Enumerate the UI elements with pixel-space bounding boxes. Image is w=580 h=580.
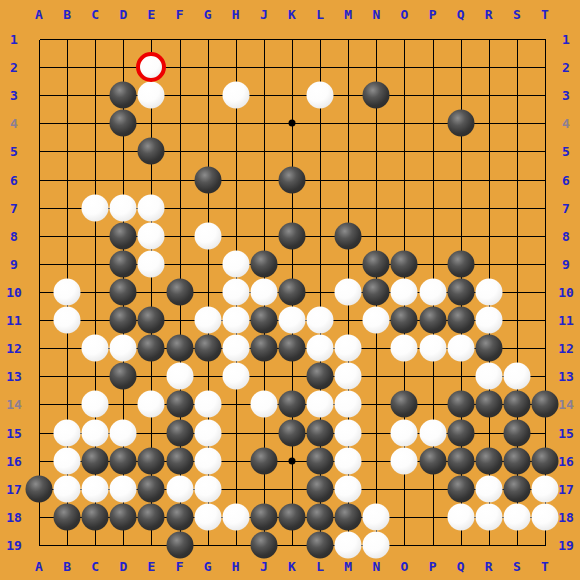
row-label-left-5: 5: [10, 145, 18, 158]
row-label-right-19: 19: [558, 539, 574, 552]
col-label-top-S: S: [513, 8, 521, 21]
row-label-right-10: 10: [558, 286, 574, 299]
col-label-bottom-T: T: [541, 560, 549, 573]
row-label-left-14: 14: [6, 398, 22, 411]
row-label-left-10: 10: [6, 286, 22, 299]
row-label-right-17: 17: [558, 482, 574, 495]
row-label-left-4: 4: [10, 117, 18, 130]
col-label-top-O: O: [401, 8, 409, 21]
col-label-bottom-C: C: [91, 560, 99, 573]
row-label-right-7: 7: [562, 201, 570, 214]
col-label-bottom-J: J: [260, 560, 268, 573]
row-label-right-13: 13: [558, 370, 574, 383]
row-label-left-7: 7: [10, 201, 18, 214]
row-label-left-19: 19: [6, 539, 22, 552]
col-label-top-E: E: [148, 8, 156, 21]
col-label-bottom-G: G: [204, 560, 212, 573]
row-label-right-12: 12: [558, 342, 574, 355]
col-label-top-C: C: [91, 8, 99, 21]
go-board[interactable]: AABBCCDDEEFFGGHHJJKKLLMMNNOOPPQQRRSSTT11…: [0, 0, 580, 580]
col-label-top-P: P: [429, 8, 437, 21]
row-label-right-1: 1: [562, 33, 570, 46]
col-label-top-J: J: [260, 8, 268, 21]
col-label-top-G: G: [204, 8, 212, 21]
row-label-left-9: 9: [10, 257, 18, 270]
row-label-right-4: 4: [562, 117, 570, 130]
col-label-bottom-F: F: [176, 560, 184, 573]
col-label-top-A: A: [35, 8, 43, 21]
row-label-left-17: 17: [6, 482, 22, 495]
col-label-top-F: F: [176, 8, 184, 21]
row-label-left-1: 1: [10, 33, 18, 46]
row-label-left-16: 16: [6, 454, 22, 467]
col-label-top-L: L: [316, 8, 324, 21]
row-label-right-2: 2: [562, 61, 570, 74]
col-label-top-B: B: [63, 8, 71, 21]
row-label-left-12: 12: [6, 342, 22, 355]
col-label-bottom-E: E: [148, 560, 156, 573]
row-label-right-11: 11: [558, 314, 574, 327]
col-label-bottom-R: R: [485, 560, 493, 573]
col-label-top-T: T: [541, 8, 549, 21]
row-label-right-9: 9: [562, 257, 570, 270]
row-label-right-18: 18: [558, 510, 574, 523]
col-label-top-M: M: [344, 8, 352, 21]
col-label-top-Q: Q: [457, 8, 465, 21]
col-label-bottom-D: D: [119, 560, 127, 573]
row-label-left-2: 2: [10, 61, 18, 74]
row-label-left-11: 11: [6, 314, 22, 327]
coordinate-labels: AABBCCDDEEFFGGHHJJKKLLMMNNOOPPQQRRSSTT11…: [0, 0, 580, 580]
col-label-top-H: H: [232, 8, 240, 21]
row-label-right-14: 14: [558, 398, 574, 411]
col-label-bottom-M: M: [344, 560, 352, 573]
col-label-bottom-O: O: [401, 560, 409, 573]
row-label-left-8: 8: [10, 229, 18, 242]
col-label-bottom-Q: Q: [457, 560, 465, 573]
row-label-left-3: 3: [10, 89, 18, 102]
col-label-top-D: D: [119, 8, 127, 21]
col-label-top-N: N: [372, 8, 380, 21]
col-label-top-R: R: [485, 8, 493, 21]
row-label-right-6: 6: [562, 173, 570, 186]
col-label-bottom-H: H: [232, 560, 240, 573]
row-label-right-5: 5: [562, 145, 570, 158]
row-label-right-16: 16: [558, 454, 574, 467]
col-label-bottom-S: S: [513, 560, 521, 573]
col-label-bottom-A: A: [35, 560, 43, 573]
col-label-bottom-K: K: [288, 560, 296, 573]
col-label-bottom-L: L: [316, 560, 324, 573]
row-label-left-13: 13: [6, 370, 22, 383]
col-label-bottom-B: B: [63, 560, 71, 573]
col-label-top-K: K: [288, 8, 296, 21]
row-label-right-8: 8: [562, 229, 570, 242]
row-label-left-15: 15: [6, 426, 22, 439]
col-label-bottom-P: P: [429, 560, 437, 573]
row-label-left-6: 6: [10, 173, 18, 186]
row-label-right-15: 15: [558, 426, 574, 439]
row-label-left-18: 18: [6, 510, 22, 523]
col-label-bottom-N: N: [372, 560, 380, 573]
row-label-right-3: 3: [562, 89, 570, 102]
